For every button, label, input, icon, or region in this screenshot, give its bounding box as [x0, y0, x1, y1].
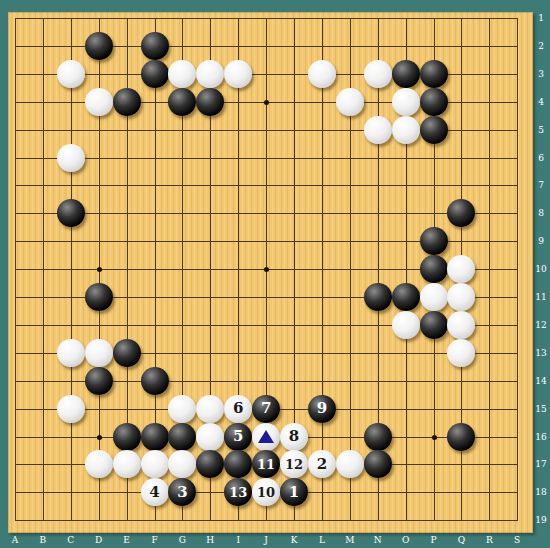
- star-point: [264, 267, 269, 272]
- stone-I16[interactable]: 5: [224, 423, 252, 451]
- row-label: 11: [532, 292, 550, 302]
- grid-vline: [322, 18, 323, 521]
- stone-D2[interactable]: [85, 32, 113, 60]
- move-number: 13: [229, 486, 247, 499]
- stone-Q16[interactable]: [447, 423, 475, 451]
- stone-F3[interactable]: [141, 60, 169, 88]
- stone-N3[interactable]: [364, 60, 392, 88]
- grid-hline: [15, 520, 518, 521]
- column-label: M: [341, 535, 359, 545]
- row-label: 3: [532, 69, 550, 79]
- row-label: 16: [532, 432, 550, 442]
- stone-O4[interactable]: [392, 88, 420, 116]
- star-point: [97, 267, 102, 272]
- stone-H17[interactable]: [196, 450, 224, 478]
- row-label: 6: [532, 153, 550, 163]
- column-label: F: [146, 535, 164, 545]
- move-number: 3: [177, 485, 187, 500]
- row-label: 4: [532, 97, 550, 107]
- column-label: R: [480, 535, 498, 545]
- row-label: 19: [532, 515, 550, 525]
- stone-E16[interactable]: [113, 423, 141, 451]
- row-label: 2: [532, 41, 550, 51]
- move-number: 1: [289, 485, 299, 500]
- row-label: 13: [532, 348, 550, 358]
- stone-P9[interactable]: [420, 227, 448, 255]
- move-number: 8: [289, 429, 299, 444]
- move-number: 5: [233, 429, 243, 444]
- column-label: N: [369, 535, 387, 545]
- stone-Q10[interactable]: [447, 255, 475, 283]
- row-label: 7: [532, 180, 550, 190]
- row-label: 17: [532, 459, 550, 469]
- stone-F18[interactable]: 4: [141, 478, 169, 506]
- stone-J18[interactable]: 10: [252, 478, 280, 506]
- go-board[interactable]: 67958111224313101: [8, 12, 533, 533]
- row-label: 9: [532, 236, 550, 246]
- stone-J15[interactable]: 7: [252, 395, 280, 423]
- stone-C8[interactable]: [57, 199, 85, 227]
- row-labels: 12345678910111213141516171819: [532, 12, 550, 533]
- star-point: [97, 435, 102, 440]
- column-labels: ABCDEFGHIJKLMNOPQRS: [8, 533, 533, 548]
- column-label: D: [90, 535, 108, 545]
- stone-I18[interactable]: 13: [224, 478, 252, 506]
- row-label: 5: [532, 125, 550, 135]
- column-label: C: [62, 535, 80, 545]
- column-label: J: [257, 535, 275, 545]
- stone-C13[interactable]: [57, 339, 85, 367]
- stone-I15[interactable]: 6: [224, 395, 252, 423]
- stone-N11[interactable]: [364, 283, 392, 311]
- stone-P10[interactable]: [420, 255, 448, 283]
- move-number: 2: [317, 457, 327, 472]
- stone-E13[interactable]: [113, 339, 141, 367]
- grid-vline: [517, 18, 518, 521]
- stone-G15[interactable]: [168, 395, 196, 423]
- stone-Q11[interactable]: [447, 283, 475, 311]
- grid-vline: [489, 18, 490, 521]
- move-number: 10: [257, 486, 275, 499]
- stone-Q8[interactable]: [447, 199, 475, 227]
- stone-E17[interactable]: [113, 450, 141, 478]
- stone-F14[interactable]: [141, 367, 169, 395]
- stone-I3[interactable]: [224, 60, 252, 88]
- stone-P4[interactable]: [420, 88, 448, 116]
- stone-D17[interactable]: [85, 450, 113, 478]
- move-number: 6: [233, 401, 243, 416]
- stone-C6[interactable]: [57, 144, 85, 172]
- row-label: 14: [532, 376, 550, 386]
- stone-G3[interactable]: [168, 60, 196, 88]
- star-point: [432, 435, 437, 440]
- stone-P3[interactable]: [420, 60, 448, 88]
- stone-H15[interactable]: [196, 395, 224, 423]
- column-label: G: [173, 535, 191, 545]
- star-point: [264, 100, 269, 105]
- column-label: I: [229, 535, 247, 545]
- column-label: E: [118, 535, 136, 545]
- column-label: O: [397, 535, 415, 545]
- column-label: P: [425, 535, 443, 545]
- stone-F2[interactable]: [141, 32, 169, 60]
- column-label: K: [285, 535, 303, 545]
- stone-H3[interactable]: [196, 60, 224, 88]
- stone-O3[interactable]: [392, 60, 420, 88]
- stone-C15[interactable]: [57, 395, 85, 423]
- stone-P12[interactable]: [420, 311, 448, 339]
- column-label: Q: [452, 535, 470, 545]
- row-label: 10: [532, 264, 550, 274]
- stone-G16[interactable]: [168, 423, 196, 451]
- row-label: 1: [532, 13, 550, 23]
- triangle-marker: [258, 430, 274, 443]
- stone-D14[interactable]: [85, 367, 113, 395]
- stone-G18[interactable]: 3: [168, 478, 196, 506]
- move-number: 9: [317, 401, 327, 416]
- stone-I17[interactable]: [224, 450, 252, 478]
- move-number: 11: [257, 458, 275, 471]
- stone-L15[interactable]: 9: [308, 395, 336, 423]
- stone-H4[interactable]: [196, 88, 224, 116]
- stone-N5[interactable]: [364, 116, 392, 144]
- column-label: S: [508, 535, 526, 545]
- stone-P11[interactable]: [420, 283, 448, 311]
- row-label: 15: [532, 404, 550, 414]
- column-label: L: [313, 535, 331, 545]
- stone-N16[interactable]: [364, 423, 392, 451]
- move-number: 12: [285, 458, 303, 471]
- stone-M17[interactable]: [336, 450, 364, 478]
- stone-N17[interactable]: [364, 450, 392, 478]
- stone-D13[interactable]: [85, 339, 113, 367]
- move-number: 7: [261, 401, 271, 416]
- stone-K17[interactable]: 12: [280, 450, 308, 478]
- stone-M4[interactable]: [336, 88, 364, 116]
- column-label: A: [6, 535, 24, 545]
- column-label: H: [201, 535, 219, 545]
- stone-O5[interactable]: [392, 116, 420, 144]
- stone-O12[interactable]: [392, 311, 420, 339]
- stone-Q12[interactable]: [447, 311, 475, 339]
- column-label: B: [34, 535, 52, 545]
- stone-G17[interactable]: [168, 450, 196, 478]
- row-label: 8: [532, 208, 550, 218]
- stone-L3[interactable]: [308, 60, 336, 88]
- stone-G4[interactable]: [168, 88, 196, 116]
- stone-F17[interactable]: [141, 450, 169, 478]
- stone-K18[interactable]: 1: [280, 478, 308, 506]
- stone-D11[interactable]: [85, 283, 113, 311]
- stone-P5[interactable]: [420, 116, 448, 144]
- stone-L17[interactable]: 2: [308, 450, 336, 478]
- stone-E4[interactable]: [113, 88, 141, 116]
- stone-D4[interactable]: [85, 88, 113, 116]
- move-number: 4: [149, 485, 159, 500]
- row-label: 18: [532, 487, 550, 497]
- stone-H16[interactable]: [196, 423, 224, 451]
- stone-K16[interactable]: 8: [280, 423, 308, 451]
- stone-O11[interactable]: [392, 283, 420, 311]
- stone-F16[interactable]: [141, 423, 169, 451]
- stone-Q13[interactable]: [447, 339, 475, 367]
- row-label: 12: [532, 320, 550, 330]
- stone-J17[interactable]: 11: [252, 450, 280, 478]
- stone-C3[interactable]: [57, 60, 85, 88]
- go-board-viewer: 67958111224313101 ABCDEFGHIJKLMNOPQRS 12…: [0, 0, 550, 548]
